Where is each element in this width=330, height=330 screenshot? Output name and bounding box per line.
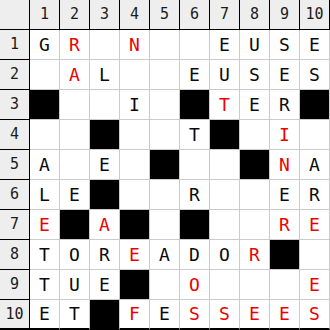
cell-r1-c4[interactable]: N: [120, 30, 150, 60]
cell-r4-c5[interactable]: [150, 120, 180, 150]
cell-r7-c10[interactable]: E: [300, 210, 330, 240]
cell-r10-c5[interactable]: E: [150, 300, 180, 330]
cell-r6-c7[interactable]: [210, 180, 240, 210]
cell-r1-c5[interactable]: [150, 30, 180, 60]
cell-r9-c6[interactable]: O: [180, 270, 210, 300]
cell-r10-c4[interactable]: F: [120, 300, 150, 330]
cell-r2-c4[interactable]: [120, 60, 150, 90]
cell-r1-c1[interactable]: G: [30, 30, 60, 60]
crossword-board: 123456789101GRNEUSE2ALEUSES3ITER4TI5AENA…: [0, 0, 330, 330]
cell-r8-c4[interactable]: E: [120, 240, 150, 270]
col-header-4: 4: [120, 0, 150, 30]
cell-r1-c7[interactable]: E: [210, 30, 240, 60]
cell-r9-c1[interactable]: T: [30, 270, 60, 300]
cell-r2-c1[interactable]: [30, 60, 60, 90]
row-header-5: 5: [0, 150, 30, 180]
cell-r7-c6-block: [180, 210, 210, 240]
cell-r6-c4[interactable]: [120, 180, 150, 210]
cell-r9-c5[interactable]: [150, 270, 180, 300]
cell-r7-c3[interactable]: A: [90, 210, 120, 240]
row-header-2: 2: [0, 60, 30, 90]
cell-r6-c10[interactable]: R: [300, 180, 330, 210]
cell-r6-c3-block: [90, 180, 120, 210]
cell-r5-c10[interactable]: A: [300, 150, 330, 180]
cell-r2-c5[interactable]: [150, 60, 180, 90]
cell-r5-c3[interactable]: E: [90, 150, 120, 180]
cell-r4-c4[interactable]: [120, 120, 150, 150]
col-header-1: 1: [30, 0, 60, 30]
cell-r4-c8[interactable]: [240, 120, 270, 150]
cell-r4-c2[interactable]: [60, 120, 90, 150]
cell-r5-c4[interactable]: [120, 150, 150, 180]
col-header-2: 2: [60, 0, 90, 30]
cell-r9-c2[interactable]: U: [60, 270, 90, 300]
cell-r7-c2-block: [60, 210, 90, 240]
cell-r3-c7[interactable]: T: [210, 90, 240, 120]
cell-r3-c8[interactable]: E: [240, 90, 270, 120]
cell-r3-c5[interactable]: [150, 90, 180, 120]
col-header-10: 10: [300, 0, 330, 30]
cell-r5-c8-block: [240, 150, 270, 180]
cell-r2-c7[interactable]: U: [210, 60, 240, 90]
cell-r3-c10-block: [300, 90, 330, 120]
cell-r10-c7[interactable]: S: [210, 300, 240, 330]
cell-r4-c10[interactable]: [300, 120, 330, 150]
cell-r3-c2[interactable]: [60, 90, 90, 120]
cell-r7-c7[interactable]: [210, 210, 240, 240]
cell-r8-c7[interactable]: O: [210, 240, 240, 270]
col-header-8: 8: [240, 0, 270, 30]
cell-r1-c9[interactable]: S: [270, 30, 300, 60]
cell-r10-c10[interactable]: S: [300, 300, 330, 330]
cell-r6-c8[interactable]: [240, 180, 270, 210]
row-header-8: 8: [0, 240, 30, 270]
cell-r6-c2[interactable]: E: [60, 180, 90, 210]
cell-r3-c3[interactable]: [90, 90, 120, 120]
cell-r5-c2[interactable]: [60, 150, 90, 180]
row-header-6: 6: [0, 180, 30, 210]
cell-r5-c5-block: [150, 150, 180, 180]
cell-r6-c1[interactable]: L: [30, 180, 60, 210]
cell-r9-c9[interactable]: [270, 270, 300, 300]
cell-r8-c1[interactable]: T: [30, 240, 60, 270]
cell-r2-c2[interactable]: A: [60, 60, 90, 90]
row-header-4: 4: [0, 120, 30, 150]
cell-r3-c6-block: [180, 90, 210, 120]
cell-r10-c8[interactable]: E: [240, 300, 270, 330]
cell-r1-c2[interactable]: R: [60, 30, 90, 60]
cell-r5-c1[interactable]: A: [30, 150, 60, 180]
cell-r9-c4-block: [120, 270, 150, 300]
cell-r2-c8[interactable]: S: [240, 60, 270, 90]
cell-r1-c8[interactable]: U: [240, 30, 270, 60]
cell-r8-c2[interactable]: O: [60, 240, 90, 270]
cell-r8-c6[interactable]: D: [180, 240, 210, 270]
cell-r10-c6[interactable]: S: [180, 300, 210, 330]
cell-r2-c9[interactable]: E: [270, 60, 300, 90]
cell-r9-c7[interactable]: [210, 270, 240, 300]
cell-r2-c10[interactable]: S: [300, 60, 330, 90]
cell-r5-c7[interactable]: [210, 150, 240, 180]
cell-r7-c8[interactable]: [240, 210, 270, 240]
cell-r1-c10[interactable]: E: [300, 30, 330, 60]
cell-r10-c1[interactable]: E: [30, 300, 60, 330]
cell-r4-c3-block: [90, 120, 120, 150]
cell-r8-c10[interactable]: [300, 240, 330, 270]
cell-r6-c9[interactable]: E: [270, 180, 300, 210]
cell-r9-c10[interactable]: E: [300, 270, 330, 300]
cell-r3-c4[interactable]: I: [120, 90, 150, 120]
cell-r10-c2[interactable]: T: [60, 300, 90, 330]
row-header-10: 10: [0, 300, 30, 330]
cell-r7-c9[interactable]: R: [270, 210, 300, 240]
cell-r8-c9-block: [270, 240, 300, 270]
col-header-6: 6: [180, 0, 210, 30]
cell-r5-c6[interactable]: [180, 150, 210, 180]
cell-r1-c6[interactable]: [180, 30, 210, 60]
cell-r9-c8[interactable]: [240, 270, 270, 300]
cell-r6-c5[interactable]: [150, 180, 180, 210]
cell-r8-c5[interactable]: A: [150, 240, 180, 270]
cell-r6-c6[interactable]: R: [180, 180, 210, 210]
cell-r4-c1[interactable]: [30, 120, 60, 150]
cell-r9-c3[interactable]: E: [90, 270, 120, 300]
cell-r3-c9[interactable]: R: [270, 90, 300, 120]
col-header-7: 7: [210, 0, 240, 30]
cell-r2-c6[interactable]: E: [180, 60, 210, 90]
col-header-3: 3: [90, 0, 120, 30]
cell-r10-c9[interactable]: E: [270, 300, 300, 330]
col-header-9: 9: [270, 0, 300, 30]
col-header-5: 5: [150, 0, 180, 30]
cell-r7-c1[interactable]: E: [30, 210, 60, 240]
cell-r10-c3-block: [90, 300, 120, 330]
grid-corner: [0, 0, 30, 30]
cell-r8-c8[interactable]: R: [240, 240, 270, 270]
cell-r4-c7-block: [210, 120, 240, 150]
row-header-7: 7: [0, 210, 30, 240]
row-header-9: 9: [0, 270, 30, 300]
cell-r1-c3[interactable]: [90, 30, 120, 60]
cell-r7-c5[interactable]: [150, 210, 180, 240]
cell-r5-c9[interactable]: N: [270, 150, 300, 180]
cell-r8-c3[interactable]: R: [90, 240, 120, 270]
cell-r7-c4-block: [120, 210, 150, 240]
cell-r2-c3[interactable]: L: [90, 60, 120, 90]
cell-r4-c9[interactable]: I: [270, 120, 300, 150]
cell-r4-c6[interactable]: T: [180, 120, 210, 150]
cell-r3-c1-block: [30, 90, 60, 120]
row-header-3: 3: [0, 90, 30, 120]
row-header-1: 1: [0, 30, 30, 60]
